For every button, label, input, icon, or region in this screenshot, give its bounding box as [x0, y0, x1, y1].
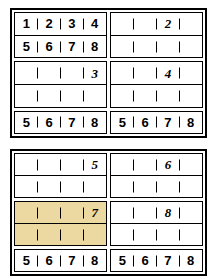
cell-row: 5678 — [15, 35, 106, 58]
cell-row: 3 — [15, 62, 106, 84]
section-top-left-1: 12345678 — [14, 12, 107, 58]
cell-digit-4: 4 — [83, 13, 106, 35]
cell-empty[interactable] — [134, 13, 157, 35]
section-bottom-right-2: 8 — [110, 201, 203, 246]
cell-empty[interactable] — [38, 62, 61, 84]
cell-empty[interactable] — [179, 176, 202, 197]
cell-row: 8 — [111, 202, 202, 223]
cell-row: 5678 — [111, 250, 202, 271]
cell-empty[interactable] — [38, 224, 61, 245]
cell-empty[interactable] — [61, 62, 84, 84]
cell-digit-7: 7 — [61, 250, 84, 271]
section-bottom-right-1: 6 — [110, 153, 203, 198]
cell-empty[interactable] — [61, 176, 84, 197]
cell-row: 5678 — [111, 112, 202, 133]
cell-empty[interactable] — [134, 62, 157, 84]
cell-digit-8: 8 — [83, 250, 106, 271]
cell-row: 5 — [15, 154, 106, 175]
cell-digit-2: 2 — [157, 13, 180, 35]
cell-digit-6: 6 — [38, 36, 61, 58]
cell-digit-8: 8 — [83, 112, 106, 133]
cell-empty[interactable] — [157, 176, 180, 197]
cell-empty[interactable] — [15, 224, 38, 245]
puzzle-block-bottom: 567856785678 — [10, 149, 207, 276]
cell-row — [111, 223, 202, 245]
cell-digit-2: 2 — [38, 13, 61, 35]
cell-row: 7 — [15, 202, 106, 223]
cell-row — [111, 35, 202, 58]
cell-digit-6: 6 — [134, 112, 157, 133]
cell-row — [111, 84, 202, 107]
cell-empty[interactable] — [134, 36, 157, 58]
cell-digit-8: 8 — [179, 250, 202, 271]
section-top-right-1: 2 — [110, 12, 203, 58]
cell-digit-5: 5 — [111, 112, 134, 133]
cell-row — [15, 175, 106, 197]
cell-digit-1: 1 — [15, 13, 38, 35]
cell-digit-6: 6 — [38, 112, 61, 133]
cell-row: 1234 — [15, 13, 106, 35]
cell-empty[interactable] — [38, 176, 61, 197]
cell-row — [15, 84, 106, 107]
cell-empty[interactable] — [38, 154, 61, 175]
cell-empty[interactable] — [111, 36, 134, 58]
cell-digit-5: 5 — [83, 154, 106, 175]
cell-empty[interactable] — [157, 224, 180, 245]
cell-empty[interactable] — [61, 202, 84, 223]
cell-empty[interactable] — [15, 154, 38, 175]
cell-empty[interactable] — [83, 224, 106, 245]
cell-digit-5: 5 — [15, 36, 38, 58]
cell-empty[interactable] — [15, 85, 38, 107]
cell-digit-6: 6 — [38, 250, 61, 271]
cell-digit-8: 8 — [157, 202, 180, 223]
cell-empty[interactable] — [179, 62, 202, 84]
puzzle-board: 1234567823456785678 567856785678 — [0, 0, 218, 279]
cell-empty[interactable] — [111, 62, 134, 84]
cell-empty[interactable] — [179, 36, 202, 58]
cell-empty[interactable] — [15, 176, 38, 197]
cell-empty[interactable] — [134, 85, 157, 107]
cell-empty[interactable] — [61, 154, 84, 175]
cell-row: 2 — [111, 13, 202, 35]
section-bottom-left-3: 5678 — [14, 249, 107, 272]
cell-digit-5: 5 — [15, 112, 38, 133]
cell-digit-6: 6 — [134, 250, 157, 271]
cell-empty[interactable] — [111, 13, 134, 35]
section-top-right-2: 4 — [110, 61, 203, 107]
cell-empty[interactable] — [134, 202, 157, 223]
cell-row — [15, 223, 106, 245]
cell-row: 5678 — [15, 250, 106, 271]
cell-empty[interactable] — [179, 154, 202, 175]
cell-digit-7: 7 — [83, 202, 106, 223]
cell-empty[interactable] — [111, 176, 134, 197]
cell-row: 5678 — [15, 112, 106, 133]
section-bottom-left-1: 5 — [14, 153, 107, 198]
cell-digit-7: 7 — [157, 112, 180, 133]
cell-empty[interactable] — [15, 202, 38, 223]
cell-empty[interactable] — [179, 13, 202, 35]
cell-digit-3: 3 — [61, 13, 84, 35]
cell-digit-7: 7 — [61, 112, 84, 133]
section-top-left-2: 3 — [14, 61, 107, 107]
cell-empty[interactable] — [61, 224, 84, 245]
cell-row — [111, 175, 202, 197]
cell-empty[interactable] — [111, 202, 134, 223]
cell-empty[interactable] — [61, 85, 84, 107]
cell-empty[interactable] — [179, 85, 202, 107]
cell-row: 4 — [111, 62, 202, 84]
cell-empty[interactable] — [38, 85, 61, 107]
section-top-left-3: 5678 — [14, 111, 107, 134]
puzzle-block-top: 1234567823456785678 — [10, 8, 207, 138]
cell-empty[interactable] — [157, 85, 180, 107]
cell-empty[interactable] — [134, 154, 157, 175]
cell-digit-7: 7 — [61, 36, 84, 58]
cell-empty[interactable] — [134, 176, 157, 197]
cell-empty[interactable] — [83, 85, 106, 107]
cell-empty[interactable] — [179, 202, 202, 223]
cell-empty[interactable] — [157, 36, 180, 58]
cell-digit-8: 8 — [83, 36, 106, 58]
cell-digit-5: 5 — [15, 250, 38, 271]
section-bottom-left-2-highlighted: 7 — [14, 201, 107, 246]
section-bottom-right-3: 5678 — [110, 249, 203, 272]
cell-digit-3: 3 — [83, 62, 106, 84]
cell-empty[interactable] — [15, 62, 38, 84]
cell-row: 6 — [111, 154, 202, 175]
cell-empty[interactable] — [134, 224, 157, 245]
cell-empty[interactable] — [179, 224, 202, 245]
cell-digit-8: 8 — [179, 112, 202, 133]
cell-digit-6: 6 — [157, 154, 180, 175]
cell-empty[interactable] — [38, 202, 61, 223]
cell-empty[interactable] — [83, 176, 106, 197]
cell-digit-4: 4 — [157, 62, 180, 84]
cell-empty[interactable] — [111, 224, 134, 245]
cell-digit-7: 7 — [157, 250, 180, 271]
cell-empty[interactable] — [111, 85, 134, 107]
section-top-right-3: 5678 — [110, 111, 203, 134]
cell-empty[interactable] — [111, 154, 134, 175]
cell-digit-5: 5 — [111, 250, 134, 271]
